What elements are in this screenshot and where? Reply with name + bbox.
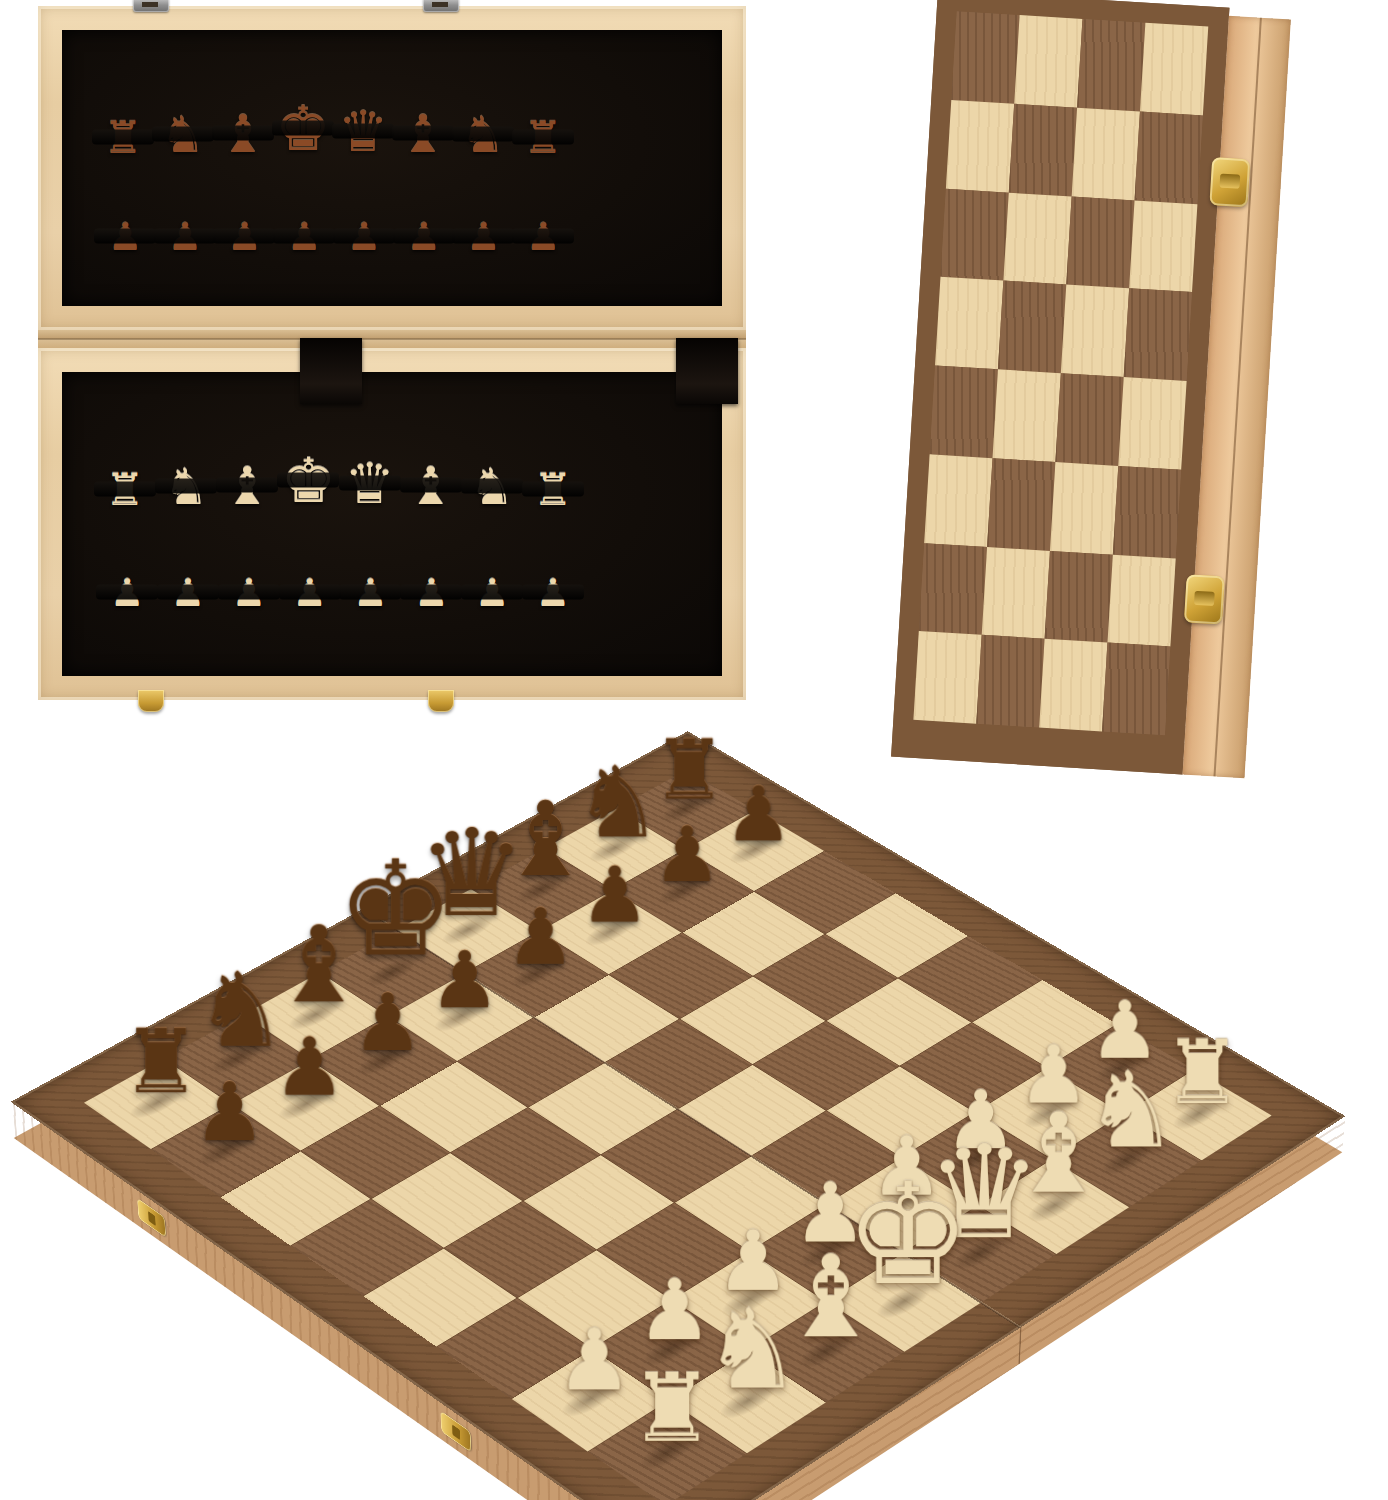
folded-board-square: [951, 11, 1019, 103]
piece-black-pawn: ♟: [154, 1072, 305, 1153]
stored-piece-bishop: ♝: [394, 108, 452, 160]
folded-board-square: [1102, 643, 1170, 735]
stored-piece-bishop: ♝: [214, 108, 272, 160]
box-hinge: [38, 330, 746, 348]
lid-latch-plate: [133, 0, 169, 12]
base-latch-hook: [428, 690, 454, 712]
base-felt-interior: ♜♞♝♚♛♝♞♜ ♟♟♟♟♟♟♟♟: [62, 372, 722, 676]
light-pawns-row: ♟♟♟♟♟♟♟♟: [62, 512, 722, 612]
stored-piece-pawn: ♟: [524, 574, 582, 612]
stored-piece-knight: ♞: [154, 110, 212, 160]
elastic-band: [392, 125, 454, 140]
spine-clasp-bottom: [1184, 574, 1225, 624]
product-photo: ♜♞♝♚♛♝♞♜ ♟♟♟♟♟♟♟♟ ♜♞♝♚♛♝♞♜ ♟♟♟♟♟♟♟♟: [0, 0, 1388, 1500]
stored-piece-pawn: ♟: [395, 218, 453, 256]
elastic-band: [522, 585, 584, 600]
elastic-band: [452, 127, 514, 142]
folded-board-square: [982, 547, 1050, 639]
elastic-band: [512, 229, 574, 244]
stored-piece-bishop: ♝: [402, 460, 460, 512]
folded-board-square: [987, 458, 1055, 550]
elastic-band: [212, 125, 274, 140]
stored-piece-rook: ♜: [524, 468, 582, 512]
elastic-band: [333, 229, 395, 244]
stored-piece-rook: ♜: [94, 116, 152, 160]
board-square-b6: [301, 1106, 449, 1198]
stored-piece-king: ♚: [279, 450, 337, 512]
elastic-band: [157, 585, 219, 600]
spine-clasp-top: [1209, 157, 1250, 207]
stored-piece-queen: ♛: [341, 456, 399, 512]
stored-piece-knight: ♞: [454, 110, 512, 160]
stored-piece-pawn: ♟: [335, 218, 393, 256]
folded-board-square: [1045, 550, 1113, 642]
elastic-band: [512, 130, 574, 145]
folded-board-square: [1014, 15, 1082, 107]
stored-piece-rook: ♜: [514, 116, 572, 160]
velvet-strap: [300, 338, 362, 404]
folded-board-square: [976, 635, 1044, 727]
elastic-band: [272, 120, 334, 135]
elastic-band: [92, 130, 154, 145]
folded-board-square: [1039, 639, 1107, 731]
board-square-a1: ♜: [588, 1401, 746, 1500]
elastic-band: [277, 472, 339, 487]
elastic-band: [339, 585, 401, 600]
elastic-band: [522, 482, 584, 497]
stored-piece-pawn: ♟: [156, 218, 214, 256]
folded-board-square: [1050, 462, 1118, 554]
folded-board-square: [913, 631, 981, 723]
folded-board-square: [930, 366, 998, 458]
folded-board-square: [1140, 23, 1208, 115]
folded-board-square: [1009, 104, 1077, 196]
folded-board-square: [993, 369, 1061, 461]
elastic-band: [332, 123, 394, 138]
stored-piece-rook: ♜: [96, 468, 154, 512]
stored-piece-pawn: ♟: [341, 574, 399, 612]
folded-board-square: [1135, 111, 1203, 203]
lid-latch-plate: [423, 0, 459, 12]
box-base: ♜♞♝♚♛♝♞♜ ♟♟♟♟♟♟♟♟: [38, 348, 746, 700]
stored-piece-pawn: ♟: [215, 218, 273, 256]
folded-board-square: [1118, 377, 1186, 469]
stored-piece-pawn: ♟: [402, 574, 460, 612]
dark-pawns-row: ♟♟♟♟♟♟♟♟: [62, 160, 722, 256]
folded-board-square: [1061, 285, 1129, 377]
elastic-band: [400, 477, 462, 492]
folded-board-square: [998, 281, 1066, 373]
elastic-band: [461, 479, 523, 494]
stored-piece-knight: ♞: [463, 462, 521, 512]
folded-board-square: [1003, 192, 1071, 284]
stored-piece-pawn: ♟: [281, 574, 339, 612]
velvet-strap: [676, 338, 738, 404]
stored-piece-pawn: ♟: [275, 218, 333, 256]
stored-piece-pawn: ♟: [98, 574, 156, 612]
box-lid: ♜♞♝♚♛♝♞♜ ♟♟♟♟♟♟♟♟: [38, 6, 746, 330]
stored-piece-pawn: ♟: [454, 218, 512, 256]
stored-piece-pawn: ♟: [159, 574, 217, 612]
piece-white-rook: ♜: [591, 1361, 752, 1456]
board-playing-surface: ♜♞♝♚♛♝♞♜♟♟♟♟♟♟♟♟♟♟♟♟♟♟♟♟♜♞♝♚♛♝♞♜: [11, 731, 1346, 1500]
elastic-band: [96, 585, 158, 600]
elastic-band: [452, 229, 514, 244]
folded-board-square: [1072, 107, 1140, 199]
elastic-band: [154, 229, 216, 244]
folded-board-square: [919, 543, 987, 635]
folded-board-grid: [913, 11, 1208, 735]
elastic-band: [155, 479, 217, 494]
elastic-band: [279, 585, 341, 600]
elastic-band: [216, 477, 278, 492]
folded-board-square: [1066, 196, 1134, 288]
light-pieces-back-row: ♜♞♝♚♛♝♞♜: [62, 372, 722, 512]
main-chessboard: ♜♞♝♚♛♝♞♜♟♟♟♟♟♟♟♟♟♟♟♟♟♟♟♟♜♞♝♚♛♝♞♜: [11, 731, 1346, 1500]
folded-board-square: [940, 188, 1008, 280]
board-square-a7: ♟: [152, 1105, 300, 1197]
stored-piece-queen: ♛: [334, 104, 392, 160]
elastic-band: [400, 585, 462, 600]
folded-board-square: [1077, 19, 1145, 111]
elastic-band: [94, 482, 156, 497]
folded-board-square: [1055, 373, 1123, 465]
elastic-band: [273, 229, 335, 244]
elastic-band: [393, 229, 455, 244]
folded-board-face: [891, 0, 1229, 774]
board-square-f4: [753, 1021, 899, 1110]
dark-pieces-back-row: ♜♞♝♚♛♝♞♜: [62, 30, 722, 160]
folded-chessboard: [891, 0, 1291, 778]
stored-piece-pawn: ♟: [96, 218, 154, 256]
elastic-band: [94, 229, 156, 244]
lid-felt-interior: ♜♞♝♚♛♝♞♜ ♟♟♟♟♟♟♟♟: [62, 30, 722, 306]
folded-board-square: [1113, 466, 1181, 558]
folded-board-square: [924, 454, 992, 546]
open-storage-box: ♜♞♝♚♛♝♞♜ ♟♟♟♟♟♟♟♟ ♜♞♝♚♛♝♞♜ ♟♟♟♟♟♟♟♟: [38, 6, 746, 700]
folded-board-square: [1124, 288, 1192, 380]
stored-piece-knight: ♞: [157, 462, 215, 512]
stored-piece-pawn: ♟: [463, 574, 521, 612]
folded-board-square: [946, 100, 1014, 192]
folded-board-square: [1107, 554, 1175, 646]
stored-piece-pawn: ♟: [220, 574, 278, 612]
elastic-band: [339, 475, 401, 490]
elastic-band: [152, 127, 214, 142]
base-latch-hook: [138, 690, 164, 712]
elastic-band: [461, 585, 523, 600]
elastic-band: [218, 585, 280, 600]
chessboard-grid: ♜♞♝♚♛♝♞♜♟♟♟♟♟♟♟♟♟♟♟♟♟♟♟♟♜♞♝♚♛♝♞♜: [84, 770, 1272, 1500]
stored-piece-king: ♚: [274, 98, 332, 160]
stored-piece-pawn: ♟: [514, 218, 572, 256]
stored-piece-bishop: ♝: [218, 460, 276, 512]
folded-board-square: [935, 277, 1003, 369]
folded-board-square: [1129, 200, 1197, 292]
elastic-band: [213, 229, 275, 244]
